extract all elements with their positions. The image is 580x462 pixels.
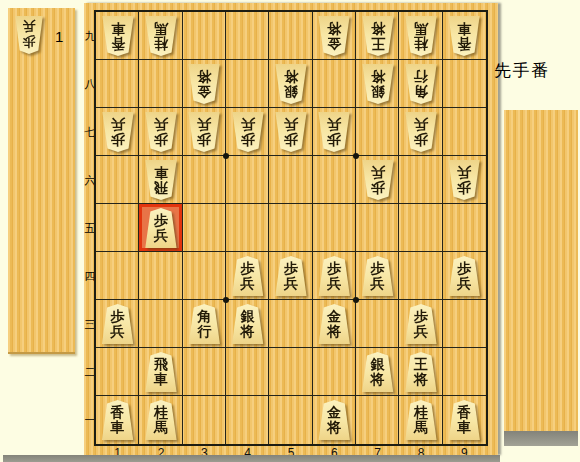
board-square[interactable] xyxy=(226,156,269,204)
board-square[interactable] xyxy=(356,396,399,444)
piece-9-4[interactable]: 歩兵 xyxy=(447,256,481,296)
board-square[interactable] xyxy=(226,12,269,60)
board-square[interactable] xyxy=(269,300,312,348)
board-square[interactable] xyxy=(269,156,312,204)
piece-4-3[interactable]: 銀将 xyxy=(231,304,265,344)
board-square[interactable] xyxy=(226,60,269,108)
piece-1-9[interactable]: 香車 xyxy=(101,16,135,56)
piece-9-1[interactable]: 香車 xyxy=(447,400,481,440)
star-point xyxy=(353,153,359,159)
shogi-app: 歩兵 1 九八七六五四三二一 123456789 香車桂馬金将王将桂馬香車金将銀… xyxy=(0,0,580,462)
piece-4-4[interactable]: 歩兵 xyxy=(231,256,265,296)
board-square[interactable] xyxy=(443,204,486,252)
piece-2-2[interactable]: 飛車 xyxy=(144,352,178,392)
piece-7-8[interactable]: 銀将 xyxy=(361,64,395,104)
board-panel: 九八七六五四三二一 123456789 香車桂馬金将王将桂馬香車金将銀将銀将角行… xyxy=(84,3,498,455)
board-square[interactable] xyxy=(269,348,312,396)
piece-7-9[interactable]: 王将 xyxy=(361,16,395,56)
turn-indicator: 先手番 xyxy=(494,59,550,82)
board-square[interactable] xyxy=(399,252,442,300)
board-square[interactable] xyxy=(183,156,226,204)
star-point xyxy=(353,297,359,303)
piece-1-1[interactable]: 香車 xyxy=(101,400,135,440)
piece-7-6[interactable]: 歩兵 xyxy=(361,160,395,200)
board-square[interactable] xyxy=(356,204,399,252)
star-point xyxy=(223,153,229,159)
piece-7-4[interactable]: 歩兵 xyxy=(361,256,395,296)
board-shadow xyxy=(3,455,500,462)
board-square[interactable] xyxy=(269,204,312,252)
piece-6-3[interactable]: 金将 xyxy=(317,304,351,344)
board-square[interactable] xyxy=(226,348,269,396)
piece-2-6[interactable]: 飛車 xyxy=(144,160,178,200)
piece-6-1[interactable]: 金将 xyxy=(317,400,351,440)
board-square[interactable] xyxy=(269,12,312,60)
board-square[interactable] xyxy=(183,252,226,300)
board-square[interactable] xyxy=(139,300,182,348)
piece-3-3[interactable]: 角行 xyxy=(187,304,221,344)
board-square[interactable] xyxy=(96,156,139,204)
piece-1-3[interactable]: 歩兵 xyxy=(101,304,135,344)
board-square[interactable] xyxy=(443,348,486,396)
piece-8-9[interactable]: 桂馬 xyxy=(404,16,438,56)
board-square[interactable] xyxy=(356,300,399,348)
piece-3-8[interactable]: 金将 xyxy=(187,64,221,104)
gote-captured-stand: 歩兵 1 xyxy=(8,8,75,354)
board-square[interactable] xyxy=(313,204,356,252)
board-square[interactable] xyxy=(226,204,269,252)
piece-1-7[interactable]: 歩兵 xyxy=(101,112,135,152)
piece-9-9[interactable]: 香車 xyxy=(447,16,481,56)
piece-6-9[interactable]: 金将 xyxy=(317,16,351,56)
board-square[interactable] xyxy=(313,156,356,204)
sente-captured-stand xyxy=(504,110,578,431)
piece-8-1[interactable]: 桂馬 xyxy=(404,400,438,440)
piece-5-8[interactable]: 銀将 xyxy=(274,64,308,104)
board-square[interactable] xyxy=(96,252,139,300)
piece-2-5[interactable]: 歩兵 xyxy=(144,208,178,248)
board-square[interactable] xyxy=(139,60,182,108)
piece-5-4[interactable]: 歩兵 xyxy=(274,256,308,296)
captured-piece-count: 1 xyxy=(55,28,71,45)
board-square[interactable] xyxy=(183,12,226,60)
board-square[interactable] xyxy=(443,300,486,348)
piece-2-1[interactable]: 桂馬 xyxy=(144,400,178,440)
board-square[interactable] xyxy=(139,252,182,300)
board-square[interactable] xyxy=(96,60,139,108)
piece-8-7[interactable]: 歩兵 xyxy=(404,112,438,152)
board-square[interactable] xyxy=(399,204,442,252)
piece-3-7[interactable]: 歩兵 xyxy=(187,112,221,152)
star-point xyxy=(223,297,229,303)
piece-8-3[interactable]: 歩兵 xyxy=(404,304,438,344)
board-square[interactable] xyxy=(183,396,226,444)
piece-2-7[interactable]: 歩兵 xyxy=(144,112,178,152)
board-square[interactable] xyxy=(96,348,139,396)
piece-8-2[interactable]: 王将 xyxy=(404,352,438,392)
board-square[interactable] xyxy=(96,204,139,252)
board-square[interactable] xyxy=(313,60,356,108)
board-square[interactable] xyxy=(443,60,486,108)
board-square[interactable] xyxy=(226,396,269,444)
piece-8-8[interactable]: 角行 xyxy=(404,64,438,104)
piece-4-7[interactable]: 歩兵 xyxy=(231,112,265,152)
board-square[interactable] xyxy=(183,204,226,252)
board-square[interactable] xyxy=(183,348,226,396)
shogi-board-grid: 香車桂馬金将王将桂馬香車金将銀将銀将角行歩兵歩兵歩兵歩兵歩兵歩兵歩兵飛車歩兵歩兵… xyxy=(94,10,488,446)
board-square[interactable] xyxy=(269,396,312,444)
captured-piece-pawn[interactable]: 歩兵 xyxy=(14,16,44,54)
piece-9-6[interactable]: 歩兵 xyxy=(447,160,481,200)
board-square[interactable] xyxy=(443,108,486,156)
piece-7-2[interactable]: 銀将 xyxy=(361,352,395,392)
board-square[interactable] xyxy=(313,348,356,396)
board-square[interactable] xyxy=(356,108,399,156)
sente-stand-edge-shadow xyxy=(504,431,578,446)
board-square[interactable] xyxy=(399,156,442,204)
piece-5-7[interactable]: 歩兵 xyxy=(274,112,308,152)
piece-2-9[interactable]: 桂馬 xyxy=(144,16,178,56)
piece-6-7[interactable]: 歩兵 xyxy=(317,112,351,152)
piece-6-4[interactable]: 歩兵 xyxy=(317,256,351,296)
